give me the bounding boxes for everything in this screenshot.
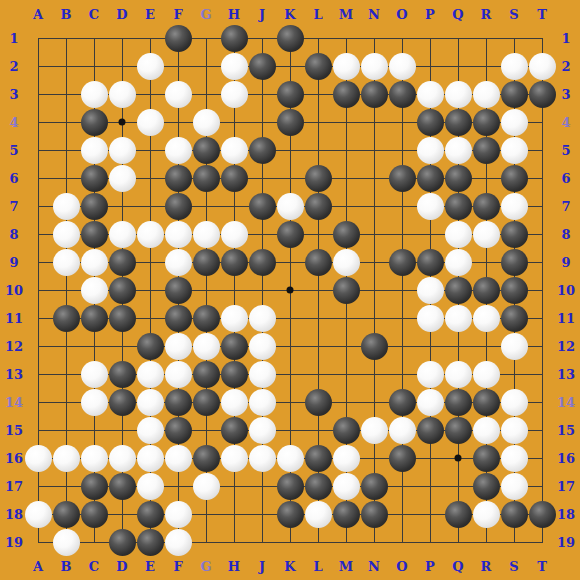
intersection-E6[interactable]	[136, 164, 164, 192]
intersection-C16[interactable]	[80, 444, 108, 472]
intersection-N15[interactable]	[360, 416, 388, 444]
intersection-T6[interactable]	[528, 164, 556, 192]
intersection-R11[interactable]	[472, 304, 500, 332]
intersection-M7[interactable]	[332, 192, 360, 220]
intersection-P11[interactable]	[416, 304, 444, 332]
intersection-M11[interactable]	[332, 304, 360, 332]
intersection-Q9[interactable]	[444, 248, 472, 276]
intersection-S6[interactable]	[500, 164, 528, 192]
intersection-A4[interactable]	[24, 108, 52, 136]
intersection-L3[interactable]	[304, 80, 332, 108]
intersection-S10[interactable]	[500, 276, 528, 304]
intersection-D17[interactable]	[108, 472, 136, 500]
intersection-A7[interactable]	[24, 192, 52, 220]
intersection-H14[interactable]	[220, 388, 248, 416]
intersection-A11[interactable]	[24, 304, 52, 332]
intersection-H4[interactable]	[220, 108, 248, 136]
intersection-A18[interactable]	[24, 500, 52, 528]
intersection-F15[interactable]	[164, 416, 192, 444]
intersection-S3[interactable]	[500, 80, 528, 108]
intersection-J19[interactable]	[248, 528, 276, 556]
intersection-M2[interactable]	[332, 52, 360, 80]
intersection-B11[interactable]	[52, 304, 80, 332]
intersection-P2[interactable]	[416, 52, 444, 80]
intersection-K14[interactable]	[276, 388, 304, 416]
intersection-C11[interactable]	[80, 304, 108, 332]
intersection-N8[interactable]	[360, 220, 388, 248]
intersection-C14[interactable]	[80, 388, 108, 416]
intersection-R13[interactable]	[472, 360, 500, 388]
intersection-C2[interactable]	[80, 52, 108, 80]
intersection-D2[interactable]	[108, 52, 136, 80]
intersection-G9[interactable]	[192, 248, 220, 276]
intersection-F4[interactable]	[164, 108, 192, 136]
intersection-G2[interactable]	[192, 52, 220, 80]
intersection-R8[interactable]	[472, 220, 500, 248]
intersection-N2[interactable]	[360, 52, 388, 80]
intersection-E9[interactable]	[136, 248, 164, 276]
intersection-G13[interactable]	[192, 360, 220, 388]
intersection-C18[interactable]	[80, 500, 108, 528]
intersection-T9[interactable]	[528, 248, 556, 276]
intersection-K18[interactable]	[276, 500, 304, 528]
intersection-T12[interactable]	[528, 332, 556, 360]
intersection-M13[interactable]	[332, 360, 360, 388]
intersection-E10[interactable]	[136, 276, 164, 304]
intersection-T15[interactable]	[528, 416, 556, 444]
intersection-S16[interactable]	[500, 444, 528, 472]
intersection-A3[interactable]	[24, 80, 52, 108]
intersection-E7[interactable]	[136, 192, 164, 220]
intersection-L6[interactable]	[304, 164, 332, 192]
intersection-Q12[interactable]	[444, 332, 472, 360]
intersection-E18[interactable]	[136, 500, 164, 528]
intersection-N14[interactable]	[360, 388, 388, 416]
intersection-L16[interactable]	[304, 444, 332, 472]
intersection-A6[interactable]	[24, 164, 52, 192]
intersection-M16[interactable]	[332, 444, 360, 472]
intersection-F11[interactable]	[164, 304, 192, 332]
intersection-A14[interactable]	[24, 388, 52, 416]
intersection-H10[interactable]	[220, 276, 248, 304]
intersection-J3[interactable]	[248, 80, 276, 108]
intersection-B14[interactable]	[52, 388, 80, 416]
intersection-K17[interactable]	[276, 472, 304, 500]
intersection-G10[interactable]	[192, 276, 220, 304]
intersection-J16[interactable]	[248, 444, 276, 472]
intersection-O10[interactable]	[388, 276, 416, 304]
intersection-H3[interactable]	[220, 80, 248, 108]
intersection-G6[interactable]	[192, 164, 220, 192]
intersection-Q18[interactable]	[444, 500, 472, 528]
intersection-M17[interactable]	[332, 472, 360, 500]
intersection-E8[interactable]	[136, 220, 164, 248]
intersection-T11[interactable]	[528, 304, 556, 332]
intersection-C1[interactable]	[80, 24, 108, 52]
intersection-R4[interactable]	[472, 108, 500, 136]
intersection-M4[interactable]	[332, 108, 360, 136]
intersection-G11[interactable]	[192, 304, 220, 332]
intersection-A12[interactable]	[24, 332, 52, 360]
intersection-O12[interactable]	[388, 332, 416, 360]
intersection-D6[interactable]	[108, 164, 136, 192]
intersection-E13[interactable]	[136, 360, 164, 388]
intersection-P8[interactable]	[416, 220, 444, 248]
intersection-T14[interactable]	[528, 388, 556, 416]
intersection-R6[interactable]	[472, 164, 500, 192]
intersection-M12[interactable]	[332, 332, 360, 360]
intersection-G4[interactable]	[192, 108, 220, 136]
intersection-S14[interactable]	[500, 388, 528, 416]
intersection-H17[interactable]	[220, 472, 248, 500]
intersection-O19[interactable]	[388, 528, 416, 556]
intersection-H16[interactable]	[220, 444, 248, 472]
intersection-G5[interactable]	[192, 136, 220, 164]
intersection-T8[interactable]	[528, 220, 556, 248]
intersection-B9[interactable]	[52, 248, 80, 276]
intersection-Q16[interactable]	[444, 444, 472, 472]
intersection-N6[interactable]	[360, 164, 388, 192]
intersection-H13[interactable]	[220, 360, 248, 388]
intersection-A19[interactable]	[24, 528, 52, 556]
intersection-Q14[interactable]	[444, 388, 472, 416]
intersection-J2[interactable]	[248, 52, 276, 80]
intersection-K2[interactable]	[276, 52, 304, 80]
intersection-K9[interactable]	[276, 248, 304, 276]
intersection-B15[interactable]	[52, 416, 80, 444]
intersection-J15[interactable]	[248, 416, 276, 444]
intersection-S1[interactable]	[500, 24, 528, 52]
intersection-G1[interactable]	[192, 24, 220, 52]
intersection-Q19[interactable]	[444, 528, 472, 556]
intersection-J4[interactable]	[248, 108, 276, 136]
intersection-E2[interactable]	[136, 52, 164, 80]
intersection-J6[interactable]	[248, 164, 276, 192]
intersection-Q2[interactable]	[444, 52, 472, 80]
intersection-G18[interactable]	[192, 500, 220, 528]
intersection-A16[interactable]	[24, 444, 52, 472]
intersection-S19[interactable]	[500, 528, 528, 556]
intersection-T17[interactable]	[528, 472, 556, 500]
intersection-P10[interactable]	[416, 276, 444, 304]
intersection-N13[interactable]	[360, 360, 388, 388]
intersection-J5[interactable]	[248, 136, 276, 164]
intersection-A13[interactable]	[24, 360, 52, 388]
intersection-K19[interactable]	[276, 528, 304, 556]
intersection-R9[interactable]	[472, 248, 500, 276]
intersection-M6[interactable]	[332, 164, 360, 192]
intersection-M3[interactable]	[332, 80, 360, 108]
intersection-T3[interactable]	[528, 80, 556, 108]
intersection-Q13[interactable]	[444, 360, 472, 388]
intersection-F7[interactable]	[164, 192, 192, 220]
intersection-E4[interactable]	[136, 108, 164, 136]
intersection-B4[interactable]	[52, 108, 80, 136]
intersection-L1[interactable]	[304, 24, 332, 52]
intersection-K12[interactable]	[276, 332, 304, 360]
intersection-P12[interactable]	[416, 332, 444, 360]
intersection-C5[interactable]	[80, 136, 108, 164]
intersection-G17[interactable]	[192, 472, 220, 500]
intersection-F17[interactable]	[164, 472, 192, 500]
intersection-R1[interactable]	[472, 24, 500, 52]
intersection-L10[interactable]	[304, 276, 332, 304]
intersection-O14[interactable]	[388, 388, 416, 416]
intersection-F3[interactable]	[164, 80, 192, 108]
intersection-T19[interactable]	[528, 528, 556, 556]
intersection-H19[interactable]	[220, 528, 248, 556]
intersection-B13[interactable]	[52, 360, 80, 388]
intersection-M14[interactable]	[332, 388, 360, 416]
intersection-E11[interactable]	[136, 304, 164, 332]
intersection-G19[interactable]	[192, 528, 220, 556]
intersection-D9[interactable]	[108, 248, 136, 276]
intersection-O3[interactable]	[388, 80, 416, 108]
intersection-G8[interactable]	[192, 220, 220, 248]
intersection-P15[interactable]	[416, 416, 444, 444]
intersection-F14[interactable]	[164, 388, 192, 416]
intersection-K13[interactable]	[276, 360, 304, 388]
intersection-F5[interactable]	[164, 136, 192, 164]
intersection-B12[interactable]	[52, 332, 80, 360]
intersection-R19[interactable]	[472, 528, 500, 556]
intersection-B6[interactable]	[52, 164, 80, 192]
intersection-R18[interactable]	[472, 500, 500, 528]
intersection-S2[interactable]	[500, 52, 528, 80]
intersection-C4[interactable]	[80, 108, 108, 136]
intersection-M8[interactable]	[332, 220, 360, 248]
intersection-R10[interactable]	[472, 276, 500, 304]
intersection-O6[interactable]	[388, 164, 416, 192]
intersection-O15[interactable]	[388, 416, 416, 444]
intersection-G3[interactable]	[192, 80, 220, 108]
intersection-J18[interactable]	[248, 500, 276, 528]
intersection-L13[interactable]	[304, 360, 332, 388]
intersection-K6[interactable]	[276, 164, 304, 192]
intersection-H5[interactable]	[220, 136, 248, 164]
intersection-J1[interactable]	[248, 24, 276, 52]
intersection-Q15[interactable]	[444, 416, 472, 444]
intersection-D1[interactable]	[108, 24, 136, 52]
intersection-F18[interactable]	[164, 500, 192, 528]
intersection-S11[interactable]	[500, 304, 528, 332]
intersection-D3[interactable]	[108, 80, 136, 108]
intersection-S15[interactable]	[500, 416, 528, 444]
intersection-S7[interactable]	[500, 192, 528, 220]
intersection-D15[interactable]	[108, 416, 136, 444]
intersection-C19[interactable]	[80, 528, 108, 556]
intersection-L12[interactable]	[304, 332, 332, 360]
intersection-Q8[interactable]	[444, 220, 472, 248]
intersection-F12[interactable]	[164, 332, 192, 360]
intersection-T4[interactable]	[528, 108, 556, 136]
intersection-Q1[interactable]	[444, 24, 472, 52]
intersection-P5[interactable]	[416, 136, 444, 164]
intersection-N19[interactable]	[360, 528, 388, 556]
intersection-L17[interactable]	[304, 472, 332, 500]
intersection-K3[interactable]	[276, 80, 304, 108]
intersection-A1[interactable]	[24, 24, 52, 52]
intersection-A8[interactable]	[24, 220, 52, 248]
intersection-H8[interactable]	[220, 220, 248, 248]
intersection-J17[interactable]	[248, 472, 276, 500]
intersection-D7[interactable]	[108, 192, 136, 220]
intersection-B8[interactable]	[52, 220, 80, 248]
intersection-D8[interactable]	[108, 220, 136, 248]
intersection-P14[interactable]	[416, 388, 444, 416]
intersection-S12[interactable]	[500, 332, 528, 360]
intersection-E5[interactable]	[136, 136, 164, 164]
intersection-C9[interactable]	[80, 248, 108, 276]
intersection-J8[interactable]	[248, 220, 276, 248]
intersection-S8[interactable]	[500, 220, 528, 248]
intersection-N3[interactable]	[360, 80, 388, 108]
intersection-H1[interactable]	[220, 24, 248, 52]
intersection-C3[interactable]	[80, 80, 108, 108]
intersection-B5[interactable]	[52, 136, 80, 164]
intersection-H11[interactable]	[220, 304, 248, 332]
intersection-A2[interactable]	[24, 52, 52, 80]
intersection-T7[interactable]	[528, 192, 556, 220]
intersection-A17[interactable]	[24, 472, 52, 500]
intersection-P19[interactable]	[416, 528, 444, 556]
intersection-Q11[interactable]	[444, 304, 472, 332]
intersection-M9[interactable]	[332, 248, 360, 276]
intersection-B10[interactable]	[52, 276, 80, 304]
intersection-E17[interactable]	[136, 472, 164, 500]
intersection-Q6[interactable]	[444, 164, 472, 192]
intersection-D5[interactable]	[108, 136, 136, 164]
intersection-F9[interactable]	[164, 248, 192, 276]
intersection-D13[interactable]	[108, 360, 136, 388]
intersection-O7[interactable]	[388, 192, 416, 220]
intersection-R2[interactable]	[472, 52, 500, 80]
intersection-L5[interactable]	[304, 136, 332, 164]
intersection-L19[interactable]	[304, 528, 332, 556]
intersection-P13[interactable]	[416, 360, 444, 388]
intersection-H6[interactable]	[220, 164, 248, 192]
intersection-R16[interactable]	[472, 444, 500, 472]
intersection-O17[interactable]	[388, 472, 416, 500]
intersection-O16[interactable]	[388, 444, 416, 472]
intersection-Q4[interactable]	[444, 108, 472, 136]
intersection-P1[interactable]	[416, 24, 444, 52]
intersection-R3[interactable]	[472, 80, 500, 108]
intersection-L15[interactable]	[304, 416, 332, 444]
intersection-G7[interactable]	[192, 192, 220, 220]
intersection-L14[interactable]	[304, 388, 332, 416]
intersection-J13[interactable]	[248, 360, 276, 388]
intersection-C6[interactable]	[80, 164, 108, 192]
intersection-T1[interactable]	[528, 24, 556, 52]
intersection-T10[interactable]	[528, 276, 556, 304]
intersection-O5[interactable]	[388, 136, 416, 164]
intersection-B2[interactable]	[52, 52, 80, 80]
intersection-L7[interactable]	[304, 192, 332, 220]
intersection-P3[interactable]	[416, 80, 444, 108]
intersection-P18[interactable]	[416, 500, 444, 528]
intersection-D10[interactable]	[108, 276, 136, 304]
intersection-O18[interactable]	[388, 500, 416, 528]
intersection-N12[interactable]	[360, 332, 388, 360]
intersection-E1[interactable]	[136, 24, 164, 52]
intersection-K11[interactable]	[276, 304, 304, 332]
intersection-D12[interactable]	[108, 332, 136, 360]
intersection-H12[interactable]	[220, 332, 248, 360]
intersection-F1[interactable]	[164, 24, 192, 52]
intersection-O9[interactable]	[388, 248, 416, 276]
intersection-Q5[interactable]	[444, 136, 472, 164]
intersection-C13[interactable]	[80, 360, 108, 388]
intersection-N17[interactable]	[360, 472, 388, 500]
intersection-F2[interactable]	[164, 52, 192, 80]
intersection-K10[interactable]	[276, 276, 304, 304]
intersection-R15[interactable]	[472, 416, 500, 444]
intersection-A10[interactable]	[24, 276, 52, 304]
intersection-B19[interactable]	[52, 528, 80, 556]
intersection-C17[interactable]	[80, 472, 108, 500]
intersection-K16[interactable]	[276, 444, 304, 472]
intersection-C7[interactable]	[80, 192, 108, 220]
intersection-F16[interactable]	[164, 444, 192, 472]
intersection-P4[interactable]	[416, 108, 444, 136]
intersection-P7[interactable]	[416, 192, 444, 220]
intersection-H18[interactable]	[220, 500, 248, 528]
intersection-N7[interactable]	[360, 192, 388, 220]
intersection-E14[interactable]	[136, 388, 164, 416]
intersection-B18[interactable]	[52, 500, 80, 528]
intersection-S9[interactable]	[500, 248, 528, 276]
intersection-M10[interactable]	[332, 276, 360, 304]
intersection-D14[interactable]	[108, 388, 136, 416]
intersection-J9[interactable]	[248, 248, 276, 276]
intersection-J12[interactable]	[248, 332, 276, 360]
intersection-H7[interactable]	[220, 192, 248, 220]
intersection-N16[interactable]	[360, 444, 388, 472]
intersection-M19[interactable]	[332, 528, 360, 556]
intersection-B7[interactable]	[52, 192, 80, 220]
intersection-F10[interactable]	[164, 276, 192, 304]
intersection-G14[interactable]	[192, 388, 220, 416]
intersection-S5[interactable]	[500, 136, 528, 164]
intersection-O4[interactable]	[388, 108, 416, 136]
intersection-B1[interactable]	[52, 24, 80, 52]
intersection-P16[interactable]	[416, 444, 444, 472]
intersection-K8[interactable]	[276, 220, 304, 248]
intersection-P9[interactable]	[416, 248, 444, 276]
intersection-C8[interactable]	[80, 220, 108, 248]
intersection-Q10[interactable]	[444, 276, 472, 304]
intersection-N5[interactable]	[360, 136, 388, 164]
intersection-M5[interactable]	[332, 136, 360, 164]
intersection-R5[interactable]	[472, 136, 500, 164]
intersection-P6[interactable]	[416, 164, 444, 192]
intersection-F19[interactable]	[164, 528, 192, 556]
intersection-R7[interactable]	[472, 192, 500, 220]
intersection-L8[interactable]	[304, 220, 332, 248]
intersection-T2[interactable]	[528, 52, 556, 80]
intersection-C10[interactable]	[80, 276, 108, 304]
intersection-O8[interactable]	[388, 220, 416, 248]
intersection-B17[interactable]	[52, 472, 80, 500]
intersection-R14[interactable]	[472, 388, 500, 416]
intersection-E12[interactable]	[136, 332, 164, 360]
intersection-A5[interactable]	[24, 136, 52, 164]
intersection-T5[interactable]	[528, 136, 556, 164]
intersection-N18[interactable]	[360, 500, 388, 528]
intersection-D4[interactable]	[108, 108, 136, 136]
intersection-N10[interactable]	[360, 276, 388, 304]
